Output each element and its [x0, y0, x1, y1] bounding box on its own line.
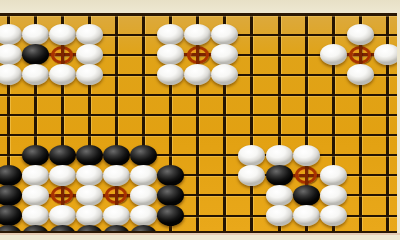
white-stone [22, 165, 49, 186]
black-stone [49, 145, 76, 166]
black-stone [22, 225, 49, 233]
grid-line [0, 114, 397, 116]
white-stone [211, 24, 238, 45]
bottom-margin [0, 233, 400, 240]
white-stone [22, 185, 49, 206]
black-stone [103, 145, 130, 166]
white-stone [0, 44, 22, 65]
black-stone [130, 145, 157, 166]
white-stone [320, 185, 347, 206]
black-stone [157, 185, 184, 206]
black-stone [49, 225, 76, 233]
white-stone [76, 24, 103, 45]
marked-point-ring [187, 46, 209, 64]
white-stone [130, 205, 157, 226]
black-stone [130, 225, 157, 233]
marked-point-ring [295, 166, 317, 184]
black-stone [103, 225, 130, 233]
top-margin [0, 0, 400, 13]
white-stone [266, 205, 293, 226]
white-stone [293, 205, 320, 226]
white-stone [76, 64, 103, 85]
white-stone [76, 185, 103, 206]
white-stone [266, 185, 293, 206]
white-stone [238, 145, 265, 166]
white-stone [157, 44, 184, 65]
white-stone [103, 165, 130, 186]
black-stone [0, 205, 22, 226]
go-lesson-screen [0, 0, 400, 240]
white-stone [76, 205, 103, 226]
black-stone [22, 145, 49, 166]
white-stone [320, 44, 347, 65]
white-stone [49, 165, 76, 186]
white-stone [22, 64, 49, 85]
white-stone [293, 145, 320, 166]
grid-line [0, 94, 397, 96]
black-stone [0, 225, 22, 233]
black-stone [293, 185, 320, 206]
white-stone [22, 24, 49, 45]
white-stone [347, 24, 374, 45]
white-stone [211, 64, 238, 85]
white-stone [103, 205, 130, 226]
white-stone [49, 24, 76, 45]
white-stone [76, 44, 103, 65]
grid-line [250, 16, 253, 231]
black-stone [266, 165, 293, 186]
go-board[interactable] [0, 13, 400, 233]
white-stone [0, 24, 22, 45]
white-stone [157, 64, 184, 85]
black-stone [76, 225, 103, 233]
white-stone [130, 165, 157, 186]
white-stone [0, 64, 22, 85]
white-stone [347, 64, 374, 85]
white-stone [49, 64, 76, 85]
white-stone [49, 205, 76, 226]
white-stone [22, 205, 49, 226]
white-stone [184, 64, 211, 85]
white-stone [211, 44, 238, 65]
black-stone [0, 165, 22, 186]
marked-point-ring [349, 46, 371, 64]
grid-line [0, 134, 397, 136]
white-stone [238, 165, 265, 186]
white-stone [266, 145, 293, 166]
black-stone [22, 44, 49, 65]
black-stone [76, 145, 103, 166]
white-stone [157, 24, 184, 45]
black-stone [157, 165, 184, 186]
white-stone [76, 165, 103, 186]
grid-line [0, 14, 397, 16]
marked-point-ring [51, 186, 73, 204]
marked-point-ring [105, 186, 127, 204]
marked-point-ring [51, 46, 73, 64]
black-stone [0, 185, 22, 206]
white-stone [130, 185, 157, 206]
black-stone [157, 205, 184, 226]
white-stone [320, 165, 347, 186]
white-stone [320, 205, 347, 226]
